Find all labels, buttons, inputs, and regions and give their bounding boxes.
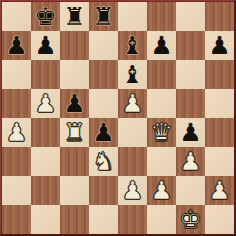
piece-white-pawn: ♟ [179, 147, 201, 176]
square-d3[interactable]: ♞ [89, 147, 118, 176]
square-f4[interactable]: ♛ [147, 118, 176, 147]
square-d6[interactable] [89, 60, 118, 89]
square-a4[interactable]: ♟ [2, 118, 31, 147]
piece-white-pawn: ♟ [5, 118, 27, 147]
piece-black-pawn: ♟ [63, 89, 85, 118]
square-f6[interactable] [147, 60, 176, 89]
square-c2[interactable] [60, 176, 89, 205]
square-g2[interactable] [176, 176, 205, 205]
piece-black-pawn: ♟ [92, 118, 114, 147]
piece-black-rook: ♜ [63, 2, 85, 31]
piece-white-pawn: ♟ [208, 176, 230, 205]
piece-black-bishop: ♝ [121, 60, 143, 89]
piece-black-pawn: ♟ [5, 31, 27, 60]
square-e3[interactable] [118, 147, 147, 176]
square-b8[interactable]: ♚ [31, 2, 60, 31]
square-h8[interactable] [205, 2, 234, 31]
square-d7[interactable] [89, 31, 118, 60]
piece-black-pawn: ♟ [179, 118, 201, 147]
square-g6[interactable] [176, 60, 205, 89]
square-e1[interactable] [118, 205, 147, 234]
square-b7[interactable]: ♟ [31, 31, 60, 60]
square-d1[interactable] [89, 205, 118, 234]
square-g5[interactable] [176, 89, 205, 118]
square-c3[interactable] [60, 147, 89, 176]
square-a2[interactable] [2, 176, 31, 205]
piece-white-pawn: ♟ [34, 89, 56, 118]
square-f3[interactable] [147, 147, 176, 176]
square-h1[interactable] [205, 205, 234, 234]
square-f7[interactable]: ♟ [147, 31, 176, 60]
square-b2[interactable] [31, 176, 60, 205]
square-e7[interactable]: ♝ [118, 31, 147, 60]
square-h3[interactable] [205, 147, 234, 176]
piece-black-pawn: ♟ [150, 31, 172, 60]
piece-white-pawn: ♟ [121, 176, 143, 205]
board-frame: ♚♜♜♟♟♝♟♟♝♟♟♟♟♜♟♛♟♞♟♟♟♟♚ [0, 0, 236, 236]
square-f2[interactable]: ♟ [147, 176, 176, 205]
chess-board: ♚♜♜♟♟♝♟♟♝♟♟♟♟♜♟♛♟♞♟♟♟♟♚ [2, 2, 234, 234]
square-b1[interactable] [31, 205, 60, 234]
square-c1[interactable] [60, 205, 89, 234]
square-d5[interactable] [89, 89, 118, 118]
square-f1[interactable] [147, 205, 176, 234]
square-c6[interactable] [60, 60, 89, 89]
piece-black-rook: ♜ [92, 2, 114, 31]
square-c5[interactable]: ♟ [60, 89, 89, 118]
piece-black-pawn: ♟ [34, 31, 56, 60]
square-g8[interactable] [176, 2, 205, 31]
square-b6[interactable] [31, 60, 60, 89]
piece-white-knight: ♞ [92, 147, 114, 176]
square-b5[interactable]: ♟ [31, 89, 60, 118]
square-g7[interactable] [176, 31, 205, 60]
square-h5[interactable] [205, 89, 234, 118]
piece-white-rook: ♜ [63, 118, 85, 147]
square-a3[interactable] [2, 147, 31, 176]
square-a8[interactable] [2, 2, 31, 31]
square-h2[interactable]: ♟ [205, 176, 234, 205]
piece-black-bishop: ♝ [121, 31, 143, 60]
square-c7[interactable] [60, 31, 89, 60]
piece-black-king: ♚ [34, 2, 56, 31]
square-a5[interactable] [2, 89, 31, 118]
square-f8[interactable] [147, 2, 176, 31]
square-e6[interactable]: ♝ [118, 60, 147, 89]
square-e2[interactable]: ♟ [118, 176, 147, 205]
square-h7[interactable]: ♟ [205, 31, 234, 60]
square-g4[interactable]: ♟ [176, 118, 205, 147]
piece-white-pawn: ♟ [150, 176, 172, 205]
square-e5[interactable]: ♟ [118, 89, 147, 118]
square-h6[interactable] [205, 60, 234, 89]
square-g1[interactable]: ♚ [176, 205, 205, 234]
square-a1[interactable] [2, 205, 31, 234]
square-a7[interactable]: ♟ [2, 31, 31, 60]
square-d8[interactable]: ♜ [89, 2, 118, 31]
square-f5[interactable] [147, 89, 176, 118]
square-d2[interactable] [89, 176, 118, 205]
square-a6[interactable] [2, 60, 31, 89]
square-c8[interactable]: ♜ [60, 2, 89, 31]
piece-black-pawn: ♟ [208, 31, 230, 60]
square-h4[interactable] [205, 118, 234, 147]
piece-white-pawn: ♟ [121, 89, 143, 118]
piece-white-queen: ♛ [150, 118, 172, 147]
square-b4[interactable] [31, 118, 60, 147]
square-b3[interactable] [31, 147, 60, 176]
piece-white-king: ♚ [179, 205, 201, 234]
square-e4[interactable] [118, 118, 147, 147]
square-e8[interactable] [118, 2, 147, 31]
square-c4[interactable]: ♜ [60, 118, 89, 147]
square-g3[interactable]: ♟ [176, 147, 205, 176]
square-d4[interactable]: ♟ [89, 118, 118, 147]
